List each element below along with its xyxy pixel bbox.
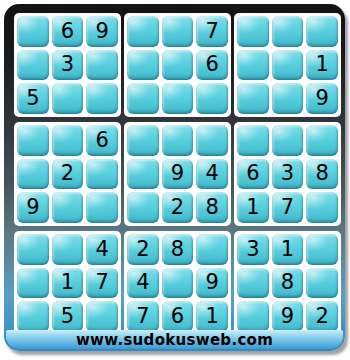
cell-r7c9[interactable] [306,234,338,265]
cell-r7c3[interactable]: 4 [86,234,118,265]
box-2-2: 9428 [124,122,231,226]
cell-digit: 8 [281,272,294,293]
sudoku-board: 693576196299428638174175284976131892 [14,13,341,335]
cell-digit: 6 [95,130,108,151]
cell-digit: 6 [246,163,259,184]
cell-r3c8[interactable] [272,83,304,114]
box-2-3: 63817 [234,122,341,226]
cell-r9c6[interactable]: 1 [196,301,228,332]
cell-digit: 9 [281,306,294,327]
cell-digit: 1 [246,197,259,218]
cell-r6c9[interactable] [306,192,338,223]
cell-r3c5[interactable] [162,83,194,114]
cell-digit: 4 [205,163,218,184]
cell-digit: 7 [281,197,294,218]
cell-r6c6[interactable]: 8 [196,192,228,223]
cell-digit: 2 [61,163,74,184]
box-1-2: 76 [124,13,231,117]
board-frame: 693576196299428638174175284976131892 www… [4,4,345,351]
cell-r3c2[interactable] [52,83,84,114]
cell-r1c9[interactable] [306,16,338,47]
cell-digit: 1 [315,54,328,75]
cell-r5c6[interactable]: 4 [196,159,228,190]
cell-r1c6[interactable]: 7 [196,16,228,47]
cell-r5c3[interactable] [86,159,118,190]
cell-r8c6[interactable]: 9 [196,268,228,299]
cell-r6c3[interactable] [86,192,118,223]
cell-digit: 1 [281,239,294,260]
cell-r1c5[interactable] [162,16,194,47]
cell-r3c9[interactable]: 9 [306,83,338,114]
cell-digit: 9 [315,88,328,109]
cell-digit: 1 [205,306,218,327]
box-1-3: 19 [234,13,341,117]
cell-r7c7[interactable]: 3 [237,234,269,265]
cell-r5c7[interactable]: 6 [237,159,269,190]
cell-r2c5[interactable] [162,50,194,81]
cell-r7c1[interactable] [17,234,49,265]
cell-digit: 6 [171,306,184,327]
cell-r8c7[interactable] [237,268,269,299]
cell-r4c4[interactable] [127,125,159,156]
cell-r6c7[interactable]: 1 [237,192,269,223]
box-3-3: 31892 [234,231,341,335]
cell-r4c8[interactable] [272,125,304,156]
cell-r8c9[interactable] [306,268,338,299]
site-url: www.sudokusweb.com [76,331,273,349]
cell-r4c5[interactable] [162,125,194,156]
cell-r1c8[interactable] [272,16,304,47]
cell-r8c3[interactable]: 7 [86,268,118,299]
cell-digit: 7 [205,21,218,42]
cell-digit: 9 [171,163,184,184]
cell-r4c6[interactable] [196,125,228,156]
cell-r5c4[interactable] [127,159,159,190]
cell-r3c3[interactable] [86,83,118,114]
box-2-1: 629 [14,122,121,226]
cell-r5c5[interactable]: 9 [162,159,194,190]
cell-r3c1[interactable]: 5 [17,83,49,114]
cell-r2c1[interactable] [17,50,49,81]
cell-r7c5[interactable]: 8 [162,234,194,265]
cell-r5c9[interactable]: 8 [306,159,338,190]
cell-r6c2[interactable] [52,192,84,223]
cell-r1c1[interactable] [17,16,49,47]
cell-r6c5[interactable]: 2 [162,192,194,223]
cell-digit: 3 [61,54,74,75]
cell-r1c7[interactable] [237,16,269,47]
cell-r9c8[interactable]: 9 [272,301,304,332]
cell-r8c1[interactable] [17,268,49,299]
cell-r6c1[interactable]: 9 [17,192,49,223]
cell-digit: 2 [171,197,184,218]
cell-r8c5[interactable] [162,268,194,299]
cell-r1c2[interactable]: 6 [52,16,84,47]
cell-r8c4[interactable]: 4 [127,268,159,299]
cell-digit: 6 [205,54,218,75]
cell-r5c1[interactable] [17,159,49,190]
box-3-1: 4175 [14,231,121,335]
cell-digit: 2 [315,306,328,327]
cell-r7c6[interactable] [196,234,228,265]
cell-r4c7[interactable] [237,125,269,156]
cell-r4c9[interactable] [306,125,338,156]
cell-r9c5[interactable]: 6 [162,301,194,332]
cell-r3c6[interactable] [196,83,228,114]
cell-r3c4[interactable] [127,83,159,114]
cell-digit: 8 [205,197,218,218]
cell-r6c4[interactable] [127,192,159,223]
cell-r6c8[interactable]: 7 [272,192,304,223]
cell-digit: 7 [95,272,108,293]
cell-r7c8[interactable]: 1 [272,234,304,265]
cell-r9c2[interactable]: 5 [52,301,84,332]
cell-r2c7[interactable] [237,50,269,81]
cell-digit: 6 [61,21,74,42]
cell-digit: 8 [315,163,328,184]
sudoku-page: 693576196299428638174175284976131892 www… [0,0,350,360]
cell-r2c6[interactable]: 6 [196,50,228,81]
cell-digit: 4 [136,272,149,293]
cell-r4c3[interactable]: 6 [86,125,118,156]
cell-r2c4[interactable] [127,50,159,81]
cell-digit: 9 [26,197,39,218]
cell-digit: 2 [136,239,149,260]
cell-digit: 3 [246,239,259,260]
cell-r9c9[interactable]: 2 [306,301,338,332]
cell-r2c8[interactable] [272,50,304,81]
cell-digit: 9 [95,21,108,42]
cell-r1c4[interactable] [127,16,159,47]
cell-digit: 8 [171,239,184,260]
cell-r8c2[interactable]: 1 [52,268,84,299]
cell-r9c7[interactable] [237,301,269,332]
box-1-1: 6935 [14,13,121,117]
cell-r5c8[interactable]: 3 [272,159,304,190]
cell-r9c1[interactable] [17,301,49,332]
cell-r7c2[interactable] [52,234,84,265]
cell-digit: 5 [61,306,74,327]
cell-digit: 3 [281,163,294,184]
cell-digit: 9 [205,272,218,293]
cell-r4c1[interactable] [17,125,49,156]
cell-r1c3[interactable]: 9 [86,16,118,47]
cell-r2c3[interactable] [86,50,118,81]
cell-r5c2[interactable]: 2 [52,159,84,190]
cell-digit: 7 [136,306,149,327]
cell-r9c3[interactable] [86,301,118,332]
cell-r7c4[interactable]: 2 [127,234,159,265]
footer-band: www.sudokusweb.com [6,330,343,349]
cell-digit: 5 [26,88,39,109]
cell-digit: 1 [61,272,74,293]
cell-r9c4[interactable]: 7 [127,301,159,332]
cell-r8c8[interactable]: 8 [272,268,304,299]
cell-r2c9[interactable]: 1 [306,50,338,81]
cell-r4c2[interactable] [52,125,84,156]
box-3-2: 2849761 [124,231,231,335]
cell-digit: 4 [95,239,108,260]
cell-r2c2[interactable]: 3 [52,50,84,81]
cell-r3c7[interactable] [237,83,269,114]
